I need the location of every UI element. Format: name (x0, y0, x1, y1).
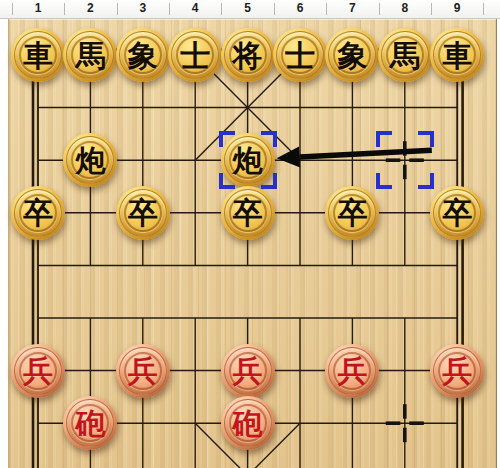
red-soldier-file5[interactable]: 兵 (221, 344, 275, 398)
ruler-tick (169, 3, 170, 15)
red-soldier-file1[interactable]: 兵 (11, 344, 65, 398)
black-horse-left[interactable]: 馬 (63, 28, 117, 82)
piece-character: 卒 (23, 197, 53, 228)
black-soldier-file1[interactable]: 卒 (11, 186, 65, 240)
piece-character: 兵 (337, 355, 367, 386)
black-chariot-right[interactable]: 車 (430, 28, 484, 82)
file-coordinates-ruler: 123456789 (0, 0, 500, 19)
piece-character: 車 (23, 40, 53, 71)
bracket-corner-icon (376, 131, 392, 147)
bracket-corner-icon (418, 173, 434, 189)
file-label-6: 6 (289, 1, 311, 15)
black-advisor-left[interactable]: 士 (168, 28, 222, 82)
piece-character: 卒 (233, 197, 263, 228)
file-label-4: 4 (184, 1, 206, 15)
black-soldier-file7[interactable]: 卒 (325, 186, 379, 240)
ruler-tick (117, 3, 118, 15)
piece-character: 炮 (75, 145, 105, 176)
piece-character: 象 (337, 40, 367, 71)
bracket-corner-icon (376, 173, 392, 189)
piece-character: 砲 (75, 408, 105, 439)
red-cannon-left[interactable]: 砲 (63, 396, 117, 450)
ruler-tick (274, 3, 275, 15)
black-soldier-file3[interactable]: 卒 (116, 186, 170, 240)
black-chariot-left[interactable]: 車 (11, 28, 65, 82)
black-soldier-file9[interactable]: 卒 (430, 186, 484, 240)
ruler-tick (12, 3, 13, 15)
piece-character: 兵 (23, 355, 53, 386)
black-advisor-right[interactable]: 士 (273, 28, 327, 82)
file-label-8: 8 (394, 1, 416, 15)
bracket-corner-icon (418, 131, 434, 147)
black-elephant-left[interactable]: 象 (116, 28, 170, 82)
piece-character: 兵 (128, 355, 158, 386)
piece-character: 象 (128, 40, 158, 71)
file-label-5: 5 (237, 1, 259, 15)
black-cannon-moved-to-center[interactable]: 炮 (221, 133, 275, 187)
black-soldier-file5[interactable]: 卒 (221, 186, 275, 240)
file-label-2: 2 (79, 1, 101, 15)
ruler-tick (379, 3, 380, 15)
piece-character: 兵 (233, 355, 263, 386)
ruler-tick (326, 3, 327, 15)
ruler-tick (483, 3, 484, 15)
piece-character: 馬 (390, 40, 420, 71)
piece-character: 卒 (442, 197, 472, 228)
piece-character: 車 (442, 40, 472, 71)
black-cannon-left[interactable]: 炮 (63, 133, 117, 187)
black-elephant-right[interactable]: 象 (325, 28, 379, 82)
red-cannon-center[interactable]: 砲 (221, 396, 275, 450)
ruler-tick (221, 3, 222, 15)
piece-character: 兵 (442, 355, 472, 386)
black-general[interactable]: 将 (221, 28, 275, 82)
piece-character: 炮 (233, 145, 263, 176)
move-highlight-brackets (376, 131, 434, 189)
file-label-3: 3 (132, 1, 154, 15)
piece-character: 卒 (337, 197, 367, 228)
piece-character: 将 (233, 40, 263, 71)
pieces-layer: 車馬象士将士象馬車炮炮卒卒卒卒卒兵兵兵兵兵砲砲 (0, 0, 500, 468)
file-label-1: 1 (27, 1, 49, 15)
red-soldier-file9[interactable]: 兵 (430, 344, 484, 398)
piece-character: 士 (285, 40, 315, 71)
ruler-tick (431, 3, 432, 15)
red-soldier-file3[interactable]: 兵 (116, 344, 170, 398)
file-label-7: 7 (341, 1, 363, 15)
piece-character: 士 (180, 40, 210, 71)
piece-character: 馬 (75, 40, 105, 71)
xiangqi-game-screen: 123456789 車馬象士将士象馬車炮炮卒卒卒卒卒兵兵兵兵兵砲砲 (0, 0, 500, 468)
ruler-tick (64, 3, 65, 15)
piece-character: 砲 (233, 408, 263, 439)
file-label-9: 9 (446, 1, 468, 15)
red-soldier-file7[interactable]: 兵 (325, 344, 379, 398)
piece-character: 卒 (128, 197, 158, 228)
black-horse-right[interactable]: 馬 (378, 28, 432, 82)
